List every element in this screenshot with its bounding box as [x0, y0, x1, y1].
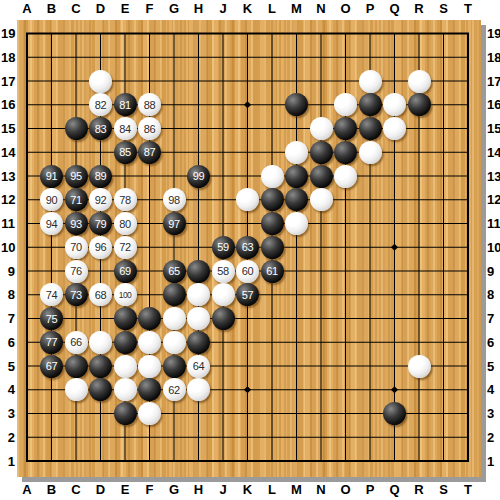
coord-label-bottom-D: D: [89, 482, 113, 497]
coord-label-left-1: 1: [1, 454, 15, 469]
white-stone-E5: [114, 355, 137, 378]
coord-label-right-5: 5: [487, 359, 500, 374]
white-stone-D16: 82: [89, 93, 112, 116]
white-stone-G7: [163, 307, 186, 330]
coord-label-right-1: 1: [487, 454, 500, 469]
coord-label-top-T: T: [456, 1, 480, 16]
white-stone-H7: [187, 307, 210, 330]
black-stone-D5: [89, 355, 112, 378]
white-stone-C9: 76: [65, 260, 88, 283]
coord-label-right-12: 12: [487, 192, 500, 207]
coord-label-right-19: 19: [487, 26, 500, 41]
coord-label-left-16: 16: [1, 97, 15, 112]
coord-label-top-B: B: [40, 1, 64, 16]
coord-label-left-13: 13: [1, 169, 15, 184]
black-stone-E7: [114, 307, 137, 330]
coord-label-left-14: 14: [1, 145, 15, 160]
white-stone-K9: 60: [236, 260, 259, 283]
coord-label-right-13: 13: [487, 169, 500, 184]
coord-label-left-4: 4: [1, 382, 15, 397]
coord-label-right-10: 10: [487, 240, 500, 255]
black-stone-E6: [114, 331, 137, 354]
black-stone-O15: [334, 117, 357, 140]
coord-label-bottom-T: T: [456, 482, 480, 497]
white-stone-H4: [187, 378, 210, 401]
white-stone-L13: [261, 165, 284, 188]
black-stone-B13: 91: [40, 165, 63, 188]
coord-label-left-8: 8: [1, 287, 15, 302]
coord-label-top-A: A: [15, 1, 39, 16]
black-stone-K8: 57: [236, 283, 259, 306]
coord-label-top-D: D: [89, 1, 113, 16]
coord-label-top-F: F: [138, 1, 162, 16]
white-stone-E11: 80: [114, 212, 137, 235]
coord-label-top-O: O: [334, 1, 358, 16]
coord-label-left-2: 2: [1, 430, 15, 445]
white-stone-C6: 66: [65, 331, 88, 354]
black-stone-E9: 69: [114, 260, 137, 283]
coord-label-bottom-G: G: [162, 482, 186, 497]
white-stone-B12: 90: [40, 188, 63, 211]
black-stone-F4: [138, 378, 161, 401]
stones-grid: 8281888384868587919589999071927898949379…: [15, 22, 481, 473]
coord-label-right-18: 18: [487, 50, 500, 65]
white-stone-Q16: [383, 93, 406, 116]
coord-label-bottom-M: M: [285, 482, 309, 497]
white-stone-F6: [138, 331, 161, 354]
coord-label-top-S: S: [432, 1, 456, 16]
black-stone-E14: 85: [114, 141, 137, 164]
black-stone-P15: [359, 117, 382, 140]
coord-label-bottom-K: K: [236, 482, 260, 497]
coord-label-top-R: R: [407, 1, 431, 16]
black-stone-G8: [163, 283, 186, 306]
coord-label-right-16: 16: [487, 97, 500, 112]
coord-label-right-17: 17: [487, 74, 500, 89]
black-stone-H6: [187, 331, 210, 354]
coord-label-bottom-Q: Q: [383, 482, 407, 497]
coord-label-top-P: P: [358, 1, 382, 16]
white-stone-E4: [114, 378, 137, 401]
black-stone-D11: 79: [89, 212, 112, 235]
black-stone-J10: 59: [212, 236, 235, 259]
coord-label-bottom-S: S: [432, 482, 456, 497]
coord-label-top-N: N: [309, 1, 333, 16]
black-stone-J7: [212, 307, 235, 330]
white-stone-F16: 88: [138, 93, 161, 116]
coord-label-left-3: 3: [1, 406, 15, 421]
white-stone-G4: 62: [163, 378, 186, 401]
coord-label-top-G: G: [162, 1, 186, 16]
coord-label-right-15: 15: [487, 121, 500, 136]
black-stone-C13: 95: [65, 165, 88, 188]
white-stone-D12: 92: [89, 188, 112, 211]
coord-label-right-11: 11: [487, 216, 500, 231]
white-stone-E15: 84: [114, 117, 137, 140]
black-stone-P16: [359, 93, 382, 116]
coord-label-bottom-E: E: [113, 482, 137, 497]
white-stone-F3: [138, 402, 161, 425]
coord-label-top-L: L: [260, 1, 284, 16]
white-stone-N12: [310, 188, 333, 211]
white-stone-D8: 68: [89, 283, 112, 306]
white-stone-H8: [187, 283, 210, 306]
black-stone-F14: 87: [138, 141, 161, 164]
white-stone-R5: [408, 355, 431, 378]
black-stone-L11: [261, 212, 284, 235]
coord-label-left-17: 17: [1, 74, 15, 89]
black-stone-N14: [310, 141, 333, 164]
white-stone-D17: [89, 70, 112, 93]
white-stone-C4: [65, 378, 88, 401]
coord-label-right-14: 14: [487, 145, 500, 160]
white-stone-O13: [334, 165, 357, 188]
black-stone-R16: [408, 93, 431, 116]
black-stone-D4: [89, 378, 112, 401]
black-stone-C15: [65, 117, 88, 140]
black-stone-C5: [65, 355, 88, 378]
coord-label-left-7: 7: [1, 311, 15, 326]
coord-label-bottom-P: P: [358, 482, 382, 497]
black-stone-K10: 63: [236, 236, 259, 259]
black-stone-Q3: [383, 402, 406, 425]
coord-label-bottom-J: J: [211, 482, 235, 497]
white-stone-P17: [359, 70, 382, 93]
white-stone-O16: [334, 93, 357, 116]
coord-label-right-3: 3: [487, 406, 500, 421]
white-stone-K12: [236, 188, 259, 211]
white-stone-R17: [408, 70, 431, 93]
white-stone-J8: [212, 283, 235, 306]
black-stone-G11: 97: [163, 212, 186, 235]
coord-label-bottom-A: A: [15, 482, 39, 497]
black-stone-G5: [163, 355, 186, 378]
coord-label-top-K: K: [236, 1, 260, 16]
coord-label-right-4: 4: [487, 382, 500, 397]
black-stone-O14: [334, 141, 357, 164]
white-stone-M11: [285, 212, 308, 235]
black-stone-B5: 67: [40, 355, 63, 378]
coord-label-top-H: H: [187, 1, 211, 16]
white-stone-E10: 72: [114, 236, 137, 259]
coord-label-right-9: 9: [487, 264, 500, 279]
white-stone-G12: 98: [163, 188, 186, 211]
white-stone-F15: 86: [138, 117, 161, 140]
black-stone-H9: [187, 260, 210, 283]
coord-label-left-10: 10: [1, 240, 15, 255]
coord-label-top-C: C: [64, 1, 88, 16]
white-stone-H5: 64: [187, 355, 210, 378]
white-stone-P14: [359, 141, 382, 164]
white-stone-C10: 70: [65, 236, 88, 259]
white-stone-M14: [285, 141, 308, 164]
coord-label-bottom-B: B: [40, 482, 64, 497]
go-board-page: 8281888384868587919589999071927898949379…: [0, 0, 500, 500]
white-stone-Q15: [383, 117, 406, 140]
black-stone-L12: [261, 188, 284, 211]
black-stone-D13: 89: [89, 165, 112, 188]
coord-label-top-E: E: [113, 1, 137, 16]
coord-label-left-15: 15: [1, 121, 15, 136]
coord-label-left-6: 6: [1, 335, 15, 350]
coord-label-bottom-O: O: [334, 482, 358, 497]
go-board[interactable]: 8281888384868587919589999071927898949379…: [17, 20, 481, 477]
black-stone-C12: 71: [65, 188, 88, 211]
coord-label-right-7: 7: [487, 311, 500, 326]
coord-label-top-J: J: [211, 1, 235, 16]
coord-label-bottom-L: L: [260, 482, 284, 497]
white-stone-N15: [310, 117, 333, 140]
white-stone-F5: [138, 355, 161, 378]
coord-label-bottom-R: R: [407, 482, 431, 497]
coord-label-bottom-H: H: [187, 482, 211, 497]
white-stone-D6: [89, 331, 112, 354]
black-stone-B7: 75: [40, 307, 63, 330]
black-stone-F7: [138, 307, 161, 330]
black-stone-G9: 65: [163, 260, 186, 283]
black-stone-H13: 99: [187, 165, 210, 188]
coord-label-right-6: 6: [487, 335, 500, 350]
white-stone-D10: 96: [89, 236, 112, 259]
coord-label-bottom-C: C: [64, 482, 88, 497]
white-stone-E12: 78: [114, 188, 137, 211]
white-stone-B8: 74: [40, 283, 63, 306]
coord-label-left-12: 12: [1, 192, 15, 207]
black-stone-M12: [285, 188, 308, 211]
black-stone-M13: [285, 165, 308, 188]
coord-label-left-5: 5: [1, 359, 15, 374]
coord-label-left-11: 11: [1, 216, 15, 231]
coord-label-bottom-F: F: [138, 482, 162, 497]
coord-label-left-19: 19: [1, 26, 15, 41]
coord-label-left-18: 18: [1, 50, 15, 65]
white-stone-G6: [163, 331, 186, 354]
black-stone-C11: 93: [65, 212, 88, 235]
black-stone-N13: [310, 165, 333, 188]
white-stone-J9: 58: [212, 260, 235, 283]
white-stone-E8: 100: [114, 283, 137, 306]
black-stone-E16: 81: [114, 93, 137, 116]
black-stone-L10: [261, 236, 284, 259]
white-stone-B11: 94: [40, 212, 63, 235]
coord-label-top-Q: Q: [383, 1, 407, 16]
black-stone-B6: 77: [40, 331, 63, 354]
coord-label-top-M: M: [285, 1, 309, 16]
coord-label-right-2: 2: [487, 430, 500, 445]
coord-label-right-8: 8: [487, 287, 500, 302]
black-stone-M16: [285, 93, 308, 116]
coord-label-left-9: 9: [1, 264, 15, 279]
black-stone-D15: 83: [89, 117, 112, 140]
black-stone-E3: [114, 402, 137, 425]
black-stone-C8: 73: [65, 283, 88, 306]
black-stone-L9: 61: [261, 260, 284, 283]
coord-label-bottom-N: N: [309, 482, 333, 497]
